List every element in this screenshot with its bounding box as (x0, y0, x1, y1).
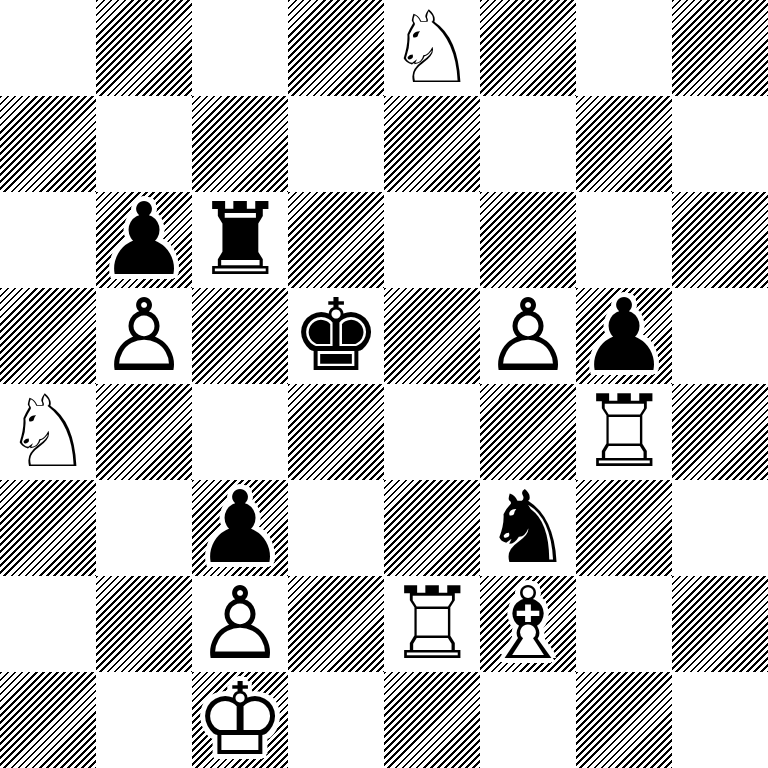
square-e2[interactable]: ♜♖ (384, 576, 480, 672)
square-h2[interactable] (672, 576, 768, 672)
square-b4[interactable] (96, 384, 192, 480)
piece-glyph-solid: ♟ (96, 192, 192, 288)
square-f8[interactable] (480, 0, 576, 96)
square-c3[interactable]: ♟ (192, 480, 288, 576)
piece-glyph-solid: ♜ (192, 192, 288, 288)
square-d7[interactable] (288, 96, 384, 192)
square-g2[interactable] (576, 576, 672, 672)
square-e3[interactable] (384, 480, 480, 576)
square-g1[interactable] (576, 672, 672, 768)
square-c1[interactable]: ♚♔ (192, 672, 288, 768)
piece-black-king[interactable]: ♚ (288, 288, 384, 384)
chess-board: ♞♘♟♜♟♙♚♟♙♟♞♘♜♖♟♞♟♙♜♖♝♗♚♔ (0, 0, 768, 768)
square-c2[interactable]: ♟♙ (192, 576, 288, 672)
square-h7[interactable] (672, 96, 768, 192)
piece-black-knight[interactable]: ♞ (480, 480, 576, 576)
square-c5[interactable] (192, 288, 288, 384)
square-d4[interactable] (288, 384, 384, 480)
square-g7[interactable] (576, 96, 672, 192)
square-c7[interactable] (192, 96, 288, 192)
square-g6[interactable] (576, 192, 672, 288)
piece-glyph-outline: ♖ (576, 384, 672, 480)
piece-glyph-outline: ♙ (480, 288, 576, 384)
square-e1[interactable] (384, 672, 480, 768)
piece-white-king[interactable]: ♚♔ (192, 672, 288, 768)
square-a2[interactable] (0, 576, 96, 672)
piece-white-pawn[interactable]: ♟♙ (480, 288, 576, 384)
square-a6[interactable] (0, 192, 96, 288)
square-d8[interactable] (288, 0, 384, 96)
square-a4[interactable]: ♞♘ (0, 384, 96, 480)
piece-black-rook[interactable]: ♜ (192, 192, 288, 288)
piece-glyph-solid: ♟ (576, 288, 672, 384)
piece-black-pawn[interactable]: ♟ (192, 480, 288, 576)
square-a7[interactable] (0, 96, 96, 192)
piece-glyph-outline: ♔ (192, 672, 288, 768)
square-c8[interactable] (192, 0, 288, 96)
piece-glyph-solid: ♟ (192, 480, 288, 576)
square-a1[interactable] (0, 672, 96, 768)
square-e5[interactable] (384, 288, 480, 384)
piece-glyph-outline: ♙ (192, 576, 288, 672)
square-g8[interactable] (576, 0, 672, 96)
square-f7[interactable] (480, 96, 576, 192)
piece-glyph-solid: ♞ (480, 480, 576, 576)
square-g4[interactable]: ♜♖ (576, 384, 672, 480)
piece-glyph-outline: ♖ (384, 576, 480, 672)
square-h4[interactable] (672, 384, 768, 480)
square-e8[interactable]: ♞♘ (384, 0, 480, 96)
piece-white-pawn[interactable]: ♟♙ (192, 576, 288, 672)
square-f5[interactable]: ♟♙ (480, 288, 576, 384)
piece-glyph-outline: ♘ (384, 0, 480, 96)
square-f1[interactable] (480, 672, 576, 768)
piece-glyph-outline: ♙ (96, 288, 192, 384)
square-b3[interactable] (96, 480, 192, 576)
square-h6[interactable] (672, 192, 768, 288)
square-d6[interactable] (288, 192, 384, 288)
square-a3[interactable] (0, 480, 96, 576)
piece-black-pawn[interactable]: ♟ (96, 192, 192, 288)
square-b1[interactable] (96, 672, 192, 768)
piece-glyph-outline: ♘ (0, 384, 96, 480)
piece-white-knight[interactable]: ♞♘ (0, 384, 96, 480)
piece-black-pawn[interactable]: ♟ (576, 288, 672, 384)
piece-glyph-outline: ♗ (480, 576, 576, 672)
square-f3[interactable]: ♞ (480, 480, 576, 576)
square-d2[interactable] (288, 576, 384, 672)
square-h8[interactable] (672, 0, 768, 96)
piece-white-bishop[interactable]: ♝♗ (480, 576, 576, 672)
square-d1[interactable] (288, 672, 384, 768)
piece-white-pawn[interactable]: ♟♙ (96, 288, 192, 384)
piece-glyph-solid: ♚ (288, 288, 384, 384)
square-b6[interactable]: ♟ (96, 192, 192, 288)
square-f6[interactable] (480, 192, 576, 288)
piece-white-rook[interactable]: ♜♖ (384, 576, 480, 672)
square-e7[interactable] (384, 96, 480, 192)
square-d5[interactable]: ♚ (288, 288, 384, 384)
square-e6[interactable] (384, 192, 480, 288)
square-h1[interactable] (672, 672, 768, 768)
square-b7[interactable] (96, 96, 192, 192)
square-h3[interactable] (672, 480, 768, 576)
square-a8[interactable] (0, 0, 96, 96)
square-f2[interactable]: ♝♗ (480, 576, 576, 672)
square-g5[interactable]: ♟ (576, 288, 672, 384)
square-b5[interactable]: ♟♙ (96, 288, 192, 384)
square-g3[interactable] (576, 480, 672, 576)
square-a5[interactable] (0, 288, 96, 384)
square-b8[interactable] (96, 0, 192, 96)
square-c4[interactable] (192, 384, 288, 480)
piece-white-knight[interactable]: ♞♘ (384, 0, 480, 96)
square-b2[interactable] (96, 576, 192, 672)
piece-white-rook[interactable]: ♜♖ (576, 384, 672, 480)
square-e4[interactable] (384, 384, 480, 480)
square-h5[interactable] (672, 288, 768, 384)
square-f4[interactable] (480, 384, 576, 480)
square-d3[interactable] (288, 480, 384, 576)
square-c6[interactable]: ♜ (192, 192, 288, 288)
